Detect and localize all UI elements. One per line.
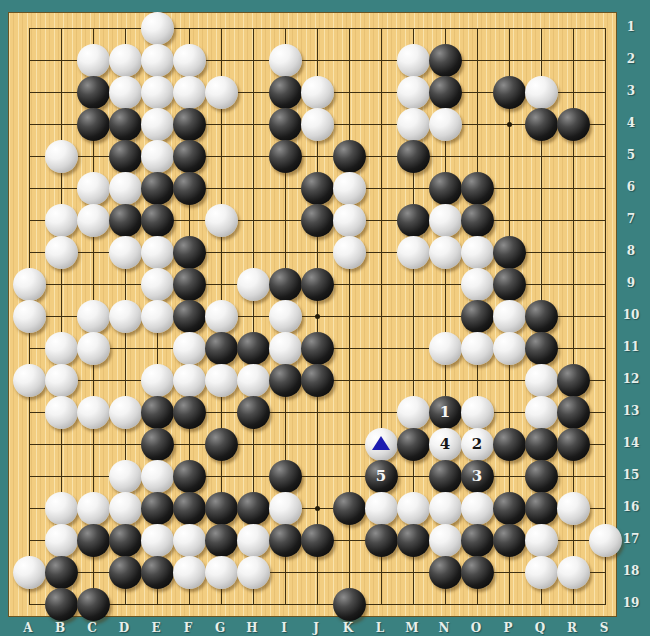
stone-D13[interactable] [109, 396, 142, 429]
stone-I3[interactable] [269, 76, 302, 109]
stone-D4[interactable] [109, 108, 142, 141]
stone-B8[interactable] [45, 236, 78, 269]
stone-C16[interactable] [77, 492, 110, 525]
stone-N2[interactable] [429, 44, 462, 77]
go-board[interactable]: 14253 [8, 12, 617, 617]
stone-M4[interactable] [397, 108, 430, 141]
star-point [315, 314, 320, 319]
row-label-6: 6 [620, 180, 642, 194]
column-label-I: I [276, 621, 292, 635]
stone-N16[interactable] [429, 492, 462, 525]
stone-A10[interactable] [13, 300, 46, 333]
stone-J6[interactable] [301, 172, 334, 205]
stone-O15[interactable]: 3 [461, 460, 494, 493]
stone-F11[interactable] [173, 332, 206, 365]
stone-F18[interactable] [173, 556, 206, 589]
stone-F3[interactable] [173, 76, 206, 109]
stone-D2[interactable] [109, 44, 142, 77]
stone-E8[interactable] [141, 236, 174, 269]
stone-E7[interactable] [141, 204, 174, 237]
stone-O11[interactable] [461, 332, 494, 365]
stone-J12[interactable] [301, 364, 334, 397]
triangle-mark [372, 436, 390, 450]
row-label-18: 18 [620, 564, 642, 578]
stone-I9[interactable] [269, 268, 302, 301]
stone-D5[interactable] [109, 140, 142, 173]
go-diagram: 14253 ABCDEFGHIJKLMNOPQRS123456789101112… [0, 0, 650, 636]
stone-I16[interactable] [269, 492, 302, 525]
move-number-label: 2 [472, 437, 482, 452]
stone-N18[interactable] [429, 556, 462, 589]
stone-G11[interactable] [205, 332, 238, 365]
stone-M7[interactable] [397, 204, 430, 237]
stone-D8[interactable] [109, 236, 142, 269]
stone-Q18[interactable] [525, 556, 558, 589]
stone-N8[interactable] [429, 236, 462, 269]
stone-D3[interactable] [109, 76, 142, 109]
stone-E15[interactable] [141, 460, 174, 493]
stone-E18[interactable] [141, 556, 174, 589]
column-label-S: S [596, 621, 612, 635]
stone-P16[interactable] [493, 492, 526, 525]
stone-F12[interactable] [173, 364, 206, 397]
column-label-H: H [244, 621, 260, 635]
stone-B11[interactable] [45, 332, 78, 365]
stone-R18[interactable] [557, 556, 590, 589]
stone-E10[interactable] [141, 300, 174, 333]
stone-H12[interactable] [237, 364, 270, 397]
stone-N6[interactable] [429, 172, 462, 205]
stone-I11[interactable] [269, 332, 302, 365]
stone-K16[interactable] [333, 492, 366, 525]
stone-A9[interactable] [13, 268, 46, 301]
stone-C19[interactable] [77, 588, 110, 621]
stone-A12[interactable] [13, 364, 46, 397]
stone-F4[interactable] [173, 108, 206, 141]
stone-N15[interactable] [429, 460, 462, 493]
stone-E3[interactable] [141, 76, 174, 109]
stone-P17[interactable] [493, 524, 526, 557]
stone-M2[interactable] [397, 44, 430, 77]
stone-Q12[interactable] [525, 364, 558, 397]
stone-M17[interactable] [397, 524, 430, 557]
stone-I2[interactable] [269, 44, 302, 77]
stone-E17[interactable] [141, 524, 174, 557]
stone-N14[interactable]: 4 [429, 428, 462, 461]
stone-I12[interactable] [269, 364, 302, 397]
stone-F17[interactable] [173, 524, 206, 557]
stone-R12[interactable] [557, 364, 590, 397]
stone-O13[interactable] [461, 396, 494, 429]
stone-A18[interactable] [13, 556, 46, 589]
stone-I10[interactable] [269, 300, 302, 333]
stone-G12[interactable] [205, 364, 238, 397]
row-label-1: 1 [620, 20, 642, 34]
stone-P9[interactable] [493, 268, 526, 301]
star-point [507, 122, 512, 127]
stone-F16[interactable] [173, 492, 206, 525]
stone-L16[interactable] [365, 492, 398, 525]
stone-K6[interactable] [333, 172, 366, 205]
column-label-O: O [468, 621, 484, 635]
stone-P14[interactable] [493, 428, 526, 461]
stone-J11[interactable] [301, 332, 334, 365]
row-label-4: 4 [620, 116, 642, 130]
column-label-D: D [116, 621, 132, 635]
stone-J17[interactable] [301, 524, 334, 557]
stone-D10[interactable] [109, 300, 142, 333]
stone-F10[interactable] [173, 300, 206, 333]
row-label-11: 11 [620, 340, 642, 354]
stone-D16[interactable] [109, 492, 142, 525]
stone-B16[interactable] [45, 492, 78, 525]
stone-M5[interactable] [397, 140, 430, 173]
stone-K8[interactable] [333, 236, 366, 269]
star-point [315, 506, 320, 511]
stone-G7[interactable] [205, 204, 238, 237]
stone-G3[interactable] [205, 76, 238, 109]
stone-N13[interactable]: 1 [429, 396, 462, 429]
stone-B5[interactable] [45, 140, 78, 173]
stone-N17[interactable] [429, 524, 462, 557]
stone-E2[interactable] [141, 44, 174, 77]
stone-J4[interactable] [301, 108, 334, 141]
stone-O10[interactable] [461, 300, 494, 333]
stone-E12[interactable] [141, 364, 174, 397]
stone-R14[interactable] [557, 428, 590, 461]
stone-E14[interactable] [141, 428, 174, 461]
stone-C11[interactable] [77, 332, 110, 365]
stone-D18[interactable] [109, 556, 142, 589]
stone-J9[interactable] [301, 268, 334, 301]
stone-F2[interactable] [173, 44, 206, 77]
column-label-L: L [372, 621, 388, 635]
stone-Q3[interactable] [525, 76, 558, 109]
stone-O16[interactable] [461, 492, 494, 525]
column-label-C: C [84, 621, 100, 635]
row-label-16: 16 [620, 500, 642, 514]
column-label-K: K [340, 621, 356, 635]
stone-Q14[interactable] [525, 428, 558, 461]
stone-C7[interactable] [77, 204, 110, 237]
stone-E5[interactable] [141, 140, 174, 173]
column-label-F: F [180, 621, 196, 635]
stone-I17[interactable] [269, 524, 302, 557]
stone-K5[interactable] [333, 140, 366, 173]
stone-N11[interactable] [429, 332, 462, 365]
stone-N3[interactable] [429, 76, 462, 109]
stone-F6[interactable] [173, 172, 206, 205]
row-label-9: 9 [620, 276, 642, 290]
stone-H18[interactable] [237, 556, 270, 589]
stone-P11[interactable] [493, 332, 526, 365]
stone-L14[interactable] [365, 428, 398, 461]
stone-G18[interactable] [205, 556, 238, 589]
stone-Q16[interactable] [525, 492, 558, 525]
column-label-A: A [20, 621, 36, 635]
stone-O7[interactable] [461, 204, 494, 237]
stone-R13[interactable] [557, 396, 590, 429]
stone-H13[interactable] [237, 396, 270, 429]
grid-line [605, 28, 606, 605]
stone-H11[interactable] [237, 332, 270, 365]
column-label-G: G [212, 621, 228, 635]
stone-E4[interactable] [141, 108, 174, 141]
stone-F15[interactable] [173, 460, 206, 493]
column-label-J: J [308, 621, 324, 635]
row-label-17: 17 [620, 532, 642, 546]
stone-E13[interactable] [141, 396, 174, 429]
stone-L17[interactable] [365, 524, 398, 557]
stone-H16[interactable] [237, 492, 270, 525]
stone-P3[interactable] [493, 76, 526, 109]
stone-S17[interactable] [589, 524, 622, 557]
stone-B13[interactable] [45, 396, 78, 429]
stone-P10[interactable] [493, 300, 526, 333]
stone-N7[interactable] [429, 204, 462, 237]
move-number-label: 4 [440, 437, 450, 452]
stone-F8[interactable] [173, 236, 206, 269]
row-label-15: 15 [620, 468, 642, 482]
stone-C13[interactable] [77, 396, 110, 429]
stone-E6[interactable] [141, 172, 174, 205]
stone-N4[interactable] [429, 108, 462, 141]
column-label-R: R [564, 621, 580, 635]
row-label-8: 8 [620, 244, 642, 258]
row-label-5: 5 [620, 148, 642, 162]
stone-C10[interactable] [77, 300, 110, 333]
stone-I5[interactable] [269, 140, 302, 173]
stone-P8[interactable] [493, 236, 526, 269]
column-label-P: P [500, 621, 516, 635]
stone-G17[interactable] [205, 524, 238, 557]
stone-E9[interactable] [141, 268, 174, 301]
column-label-B: B [52, 621, 68, 635]
stone-J3[interactable] [301, 76, 334, 109]
stone-J7[interactable] [301, 204, 334, 237]
stone-B12[interactable] [45, 364, 78, 397]
stone-C4[interactable] [77, 108, 110, 141]
stone-H9[interactable] [237, 268, 270, 301]
stone-D17[interactable] [109, 524, 142, 557]
column-label-E: E [148, 621, 164, 635]
row-label-12: 12 [620, 372, 642, 386]
column-label-N: N [436, 621, 452, 635]
stone-F13[interactable] [173, 396, 206, 429]
stone-Q15[interactable] [525, 460, 558, 493]
stone-R4[interactable] [557, 108, 590, 141]
stone-B18[interactable] [45, 556, 78, 589]
grid-line [29, 604, 606, 605]
row-label-2: 2 [620, 52, 642, 66]
move-number-label: 3 [472, 469, 482, 484]
stone-C17[interactable] [77, 524, 110, 557]
stone-C3[interactable] [77, 76, 110, 109]
stone-K7[interactable] [333, 204, 366, 237]
stone-C2[interactable] [77, 44, 110, 77]
stone-K19[interactable] [333, 588, 366, 621]
stone-I4[interactable] [269, 108, 302, 141]
stone-O8[interactable] [461, 236, 494, 269]
stone-Q11[interactable] [525, 332, 558, 365]
stone-O14[interactable]: 2 [461, 428, 494, 461]
row-label-3: 3 [620, 84, 642, 98]
stone-O18[interactable] [461, 556, 494, 589]
stone-Q10[interactable] [525, 300, 558, 333]
stone-B7[interactable] [45, 204, 78, 237]
stone-M13[interactable] [397, 396, 430, 429]
stone-B17[interactable] [45, 524, 78, 557]
stone-M8[interactable] [397, 236, 430, 269]
stone-O9[interactable] [461, 268, 494, 301]
stone-O17[interactable] [461, 524, 494, 557]
stone-F5[interactable] [173, 140, 206, 173]
stone-D7[interactable] [109, 204, 142, 237]
stone-L15[interactable]: 5 [365, 460, 398, 493]
stone-Q17[interactable] [525, 524, 558, 557]
row-label-7: 7 [620, 212, 642, 226]
column-label-Q: Q [532, 621, 548, 635]
stone-D6[interactable] [109, 172, 142, 205]
move-number-label: 5 [376, 469, 386, 484]
stone-M3[interactable] [397, 76, 430, 109]
stone-F9[interactable] [173, 268, 206, 301]
stone-M14[interactable] [397, 428, 430, 461]
stone-Q4[interactable] [525, 108, 558, 141]
column-label-M: M [404, 621, 420, 635]
stone-R16[interactable] [557, 492, 590, 525]
stone-D15[interactable] [109, 460, 142, 493]
row-label-14: 14 [620, 436, 642, 450]
stone-E16[interactable] [141, 492, 174, 525]
stone-Q13[interactable] [525, 396, 558, 429]
stone-O6[interactable] [461, 172, 494, 205]
stone-G10[interactable] [205, 300, 238, 333]
stone-B19[interactable] [45, 588, 78, 621]
row-label-10: 10 [620, 308, 642, 322]
move-number-label: 1 [440, 405, 450, 420]
stone-C6[interactable] [77, 172, 110, 205]
row-label-13: 13 [620, 404, 642, 418]
stone-E1[interactable] [141, 12, 174, 45]
stone-G16[interactable] [205, 492, 238, 525]
stone-M16[interactable] [397, 492, 430, 525]
stone-G14[interactable] [205, 428, 238, 461]
row-label-19: 19 [620, 596, 642, 610]
stone-I15[interactable] [269, 460, 302, 493]
stone-H17[interactable] [237, 524, 270, 557]
